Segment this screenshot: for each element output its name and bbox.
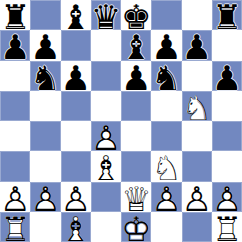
piece-black-pawn: ♟ [61, 61, 91, 91]
piece-black-pawn: ♟ [151, 30, 181, 60]
piece-black-bishop: ♝ [61, 0, 91, 30]
piece-white-pawn: ♟♙ [182, 182, 212, 212]
square-a5[interactable] [0, 91, 30, 121]
square-g7[interactable]: ♟ [182, 30, 212, 60]
square-e2[interactable]: ♛♕ [121, 182, 151, 212]
square-f2[interactable]: ♟♙ [151, 182, 181, 212]
square-a4[interactable] [0, 121, 30, 151]
chess-board: ♜♝♛♚♜♟♟♝♟♟♞♟♟♞♟♞♘♟♙♝♗♞♘♟♙♟♙♟♙♛♕♟♙♟♙♟♙♜♖♝… [0, 0, 242, 242]
square-d2[interactable] [91, 182, 121, 212]
piece-black-queen: ♛ [91, 0, 121, 30]
piece-white-king: ♚♔ [121, 212, 151, 242]
square-b5[interactable] [30, 91, 60, 121]
piece-white-bishop: ♝♗ [91, 151, 121, 181]
square-f8[interactable] [151, 0, 181, 30]
square-a6[interactable] [0, 61, 30, 91]
piece-black-pawn: ♟ [121, 61, 151, 91]
square-e6[interactable]: ♟ [121, 61, 151, 91]
square-d6[interactable] [91, 61, 121, 91]
square-g8[interactable] [182, 0, 212, 30]
piece-black-pawn: ♟ [212, 61, 242, 91]
square-d7[interactable] [91, 30, 121, 60]
square-b1[interactable] [30, 212, 60, 242]
square-f1[interactable] [151, 212, 181, 242]
square-f7[interactable]: ♟ [151, 30, 181, 60]
square-c1[interactable]: ♝♗ [61, 212, 91, 242]
square-e7[interactable]: ♝ [121, 30, 151, 60]
piece-white-pawn: ♟♙ [0, 182, 30, 212]
square-e4[interactable] [121, 121, 151, 151]
square-d5[interactable] [91, 91, 121, 121]
square-g2[interactable]: ♟♙ [182, 182, 212, 212]
square-h8[interactable]: ♜ [212, 0, 242, 30]
piece-white-rook: ♜♖ [0, 212, 30, 242]
square-d8[interactable]: ♛ [91, 0, 121, 30]
square-h2[interactable]: ♟♙ [212, 182, 242, 212]
piece-white-pawn: ♟♙ [212, 182, 242, 212]
square-c3[interactable] [61, 151, 91, 181]
square-g1[interactable] [182, 212, 212, 242]
square-d1[interactable] [91, 212, 121, 242]
square-h5[interactable] [212, 91, 242, 121]
square-c7[interactable] [61, 30, 91, 60]
square-a3[interactable] [0, 151, 30, 181]
square-b6[interactable]: ♞ [30, 61, 60, 91]
piece-white-pawn: ♟♙ [151, 182, 181, 212]
square-a1[interactable]: ♜♖ [0, 212, 30, 242]
piece-black-pawn: ♟ [0, 30, 30, 60]
square-e3[interactable] [121, 151, 151, 181]
square-f6[interactable]: ♞ [151, 61, 181, 91]
square-b3[interactable] [30, 151, 60, 181]
square-a2[interactable]: ♟♙ [0, 182, 30, 212]
piece-black-rook: ♜ [0, 0, 30, 30]
square-f4[interactable] [151, 121, 181, 151]
square-g4[interactable] [182, 121, 212, 151]
square-b4[interactable] [30, 121, 60, 151]
square-f5[interactable] [151, 91, 181, 121]
piece-black-knight: ♞ [30, 61, 60, 91]
square-b7[interactable]: ♟ [30, 30, 60, 60]
square-c6[interactable]: ♟ [61, 61, 91, 91]
piece-white-bishop: ♝♗ [61, 212, 91, 242]
square-g5[interactable]: ♞♘ [182, 91, 212, 121]
piece-black-knight: ♞ [151, 61, 181, 91]
square-c4[interactable] [61, 121, 91, 151]
piece-white-rook: ♜♖ [212, 212, 242, 242]
square-c2[interactable]: ♟♙ [61, 182, 91, 212]
square-d4[interactable]: ♟♙ [91, 121, 121, 151]
square-a7[interactable]: ♟ [0, 30, 30, 60]
piece-black-bishop: ♝ [121, 30, 151, 60]
piece-black-pawn: ♟ [30, 30, 60, 60]
piece-white-pawn: ♟♙ [30, 182, 60, 212]
square-e8[interactable]: ♚ [121, 0, 151, 30]
square-h6[interactable]: ♟ [212, 61, 242, 91]
piece-black-rook: ♜ [212, 0, 242, 30]
square-f3[interactable]: ♞♘ [151, 151, 181, 181]
square-e5[interactable] [121, 91, 151, 121]
square-c8[interactable]: ♝ [61, 0, 91, 30]
square-c5[interactable] [61, 91, 91, 121]
piece-white-pawn: ♟♙ [61, 182, 91, 212]
square-h4[interactable] [212, 121, 242, 151]
square-b8[interactable] [30, 0, 60, 30]
piece-black-king: ♚ [121, 0, 151, 30]
piece-white-queen: ♛♕ [121, 182, 151, 212]
square-e1[interactable]: ♚♔ [121, 212, 151, 242]
piece-white-pawn: ♟♙ [91, 121, 121, 151]
square-b2[interactable]: ♟♙ [30, 182, 60, 212]
piece-black-pawn: ♟ [182, 30, 212, 60]
square-h3[interactable] [212, 151, 242, 181]
square-d3[interactable]: ♝♗ [91, 151, 121, 181]
piece-white-knight: ♞♘ [151, 151, 181, 181]
square-h7[interactable] [212, 30, 242, 60]
square-a8[interactable]: ♜ [0, 0, 30, 30]
piece-white-knight: ♞♘ [182, 91, 212, 121]
square-h1[interactable]: ♜♖ [212, 212, 242, 242]
square-g6[interactable] [182, 61, 212, 91]
square-g3[interactable] [182, 151, 212, 181]
